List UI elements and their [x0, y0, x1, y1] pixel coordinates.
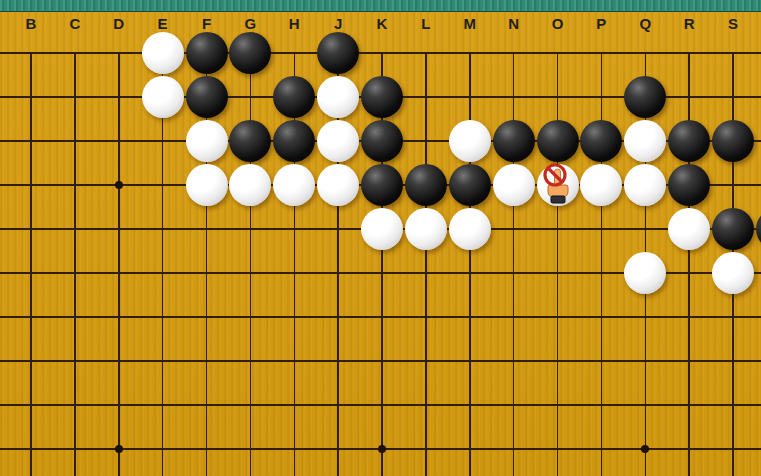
stone-white-E18 [142, 76, 184, 118]
stone-black-F19 [186, 32, 228, 74]
stone-white-Q16 [624, 164, 666, 206]
stone-black-Q18 [624, 76, 666, 118]
stone-white-M17 [449, 120, 491, 162]
stone-black-G17 [229, 120, 271, 162]
stone-black-H18 [273, 76, 315, 118]
go-board[interactable] [0, 0, 761, 476]
stone-white-F16 [186, 164, 228, 206]
stone-white-R15 [668, 208, 710, 250]
stone-white-Q17 [624, 120, 666, 162]
stone-white-M15 [449, 208, 491, 250]
stone-black-G19 [229, 32, 271, 74]
stone-black-M16 [449, 164, 491, 206]
stone-black-S17 [712, 120, 754, 162]
stone-black-F18 [186, 76, 228, 118]
stone-white-H16 [273, 164, 315, 206]
stone-white-P16 [580, 164, 622, 206]
stone-white-L15 [405, 208, 447, 250]
stone-white-J17 [317, 120, 359, 162]
stone-white-G16 [229, 164, 271, 206]
stone-black-O17 [537, 120, 579, 162]
stone-black-H17 [273, 120, 315, 162]
stone-white-J16 [317, 164, 359, 206]
stone-white-J18 [317, 76, 359, 118]
stone-black-P17 [580, 120, 622, 162]
stone-white-N16 [493, 164, 535, 206]
stone-black-T15 [756, 208, 761, 250]
stone-white-F17 [186, 120, 228, 162]
stone-black-S15 [712, 208, 754, 250]
stone-black-N17 [493, 120, 535, 162]
stone-black-K17 [361, 120, 403, 162]
stone-white-Q14 [624, 252, 666, 294]
stone-black-K18 [361, 76, 403, 118]
stone-white-K15 [361, 208, 403, 250]
no-entry-cursor-icon [541, 163, 575, 205]
stone-white-E19 [142, 32, 184, 74]
stone-black-J19 [317, 32, 359, 74]
stone-black-L16 [405, 164, 447, 206]
go-app-screen: BCDEFGHJKLMNOPQRS [0, 0, 761, 476]
stone-black-R16 [668, 164, 710, 206]
stone-white-S14 [712, 252, 754, 294]
stone-black-R17 [668, 120, 710, 162]
stone-black-K16 [361, 164, 403, 206]
